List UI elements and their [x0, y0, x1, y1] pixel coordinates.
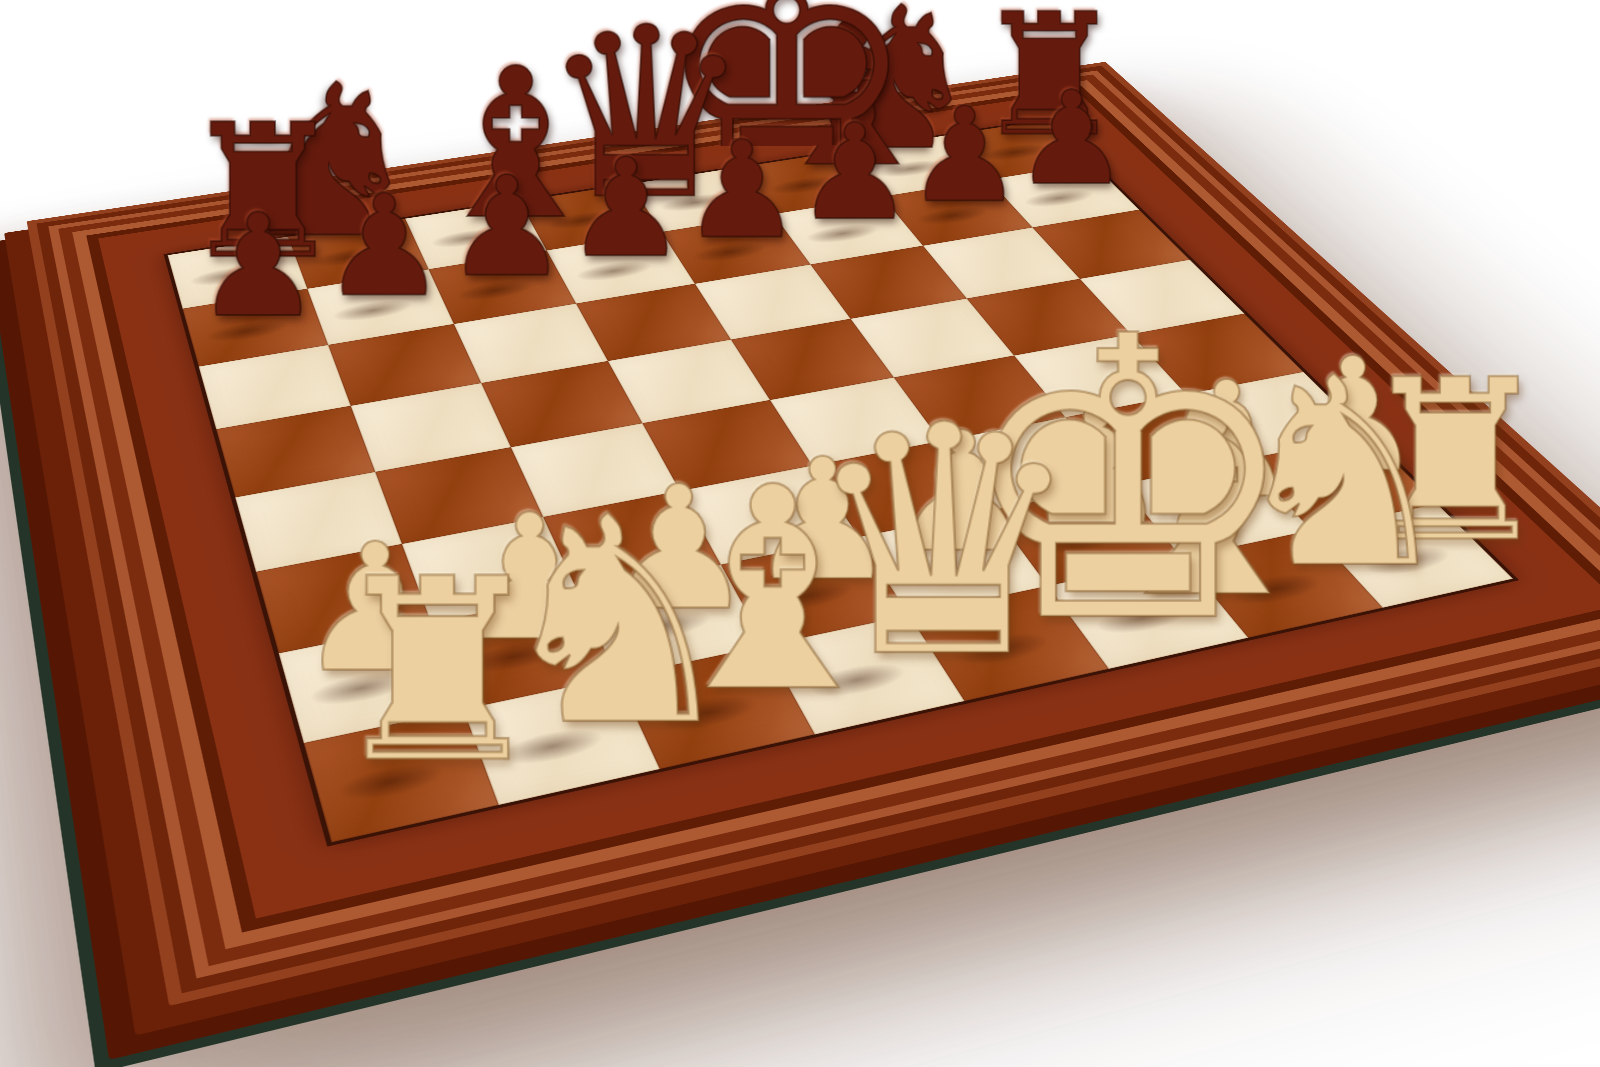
- scene: ♜♞♝♚♛♝♞♜♟♟♟♟♟♟♟♟♟♟♟♟♟♟♟♟♜♞♝♚♛♝♞♜: [0, 0, 1600, 1067]
- red-pawn-glyph: ♟: [682, 123, 802, 257]
- red-pawn-glyph: ♟: [795, 106, 913, 238]
- red-pawn-glyph: ♟: [1014, 74, 1129, 203]
- red-pawn-glyph: ♟: [321, 176, 446, 316]
- chess-board-3d: ♜♞♝♚♛♝♞♜♟♟♟♟♟♟♟♟♟♟♟♟♟♟♟♟♜♞♝♚♛♝♞♜: [27, 62, 1600, 1006]
- piece-red-pawn-c7[interactable]: ♟: [429, 250, 576, 324]
- red-pawn-glyph: ♟: [445, 158, 568, 296]
- red-pawn-glyph: ♟: [565, 140, 686, 276]
- red-pawn-glyph: ♟: [195, 195, 322, 337]
- red-pawn-glyph: ♟: [906, 90, 1023, 221]
- white-rook-glyph: ♜: [324, 545, 490, 797]
